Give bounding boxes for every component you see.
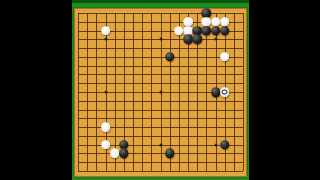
black-stone — [183, 35, 193, 45]
grid-line-vertical — [179, 13, 180, 171]
grid-line-vertical — [96, 13, 97, 171]
black-stone — [165, 52, 175, 62]
white-stone — [101, 140, 111, 150]
white-stone — [101, 122, 111, 132]
app-stage — [0, 0, 320, 180]
white-stone — [220, 87, 230, 97]
star-point — [214, 143, 217, 146]
grid-line-vertical — [78, 13, 79, 171]
grid-line-vertical — [133, 13, 134, 171]
star-point — [104, 38, 107, 41]
white-stone — [220, 52, 230, 62]
grid-line-vertical — [87, 13, 88, 171]
grid-line-vertical — [170, 13, 171, 171]
black-stone — [220, 140, 230, 150]
star-point — [159, 38, 162, 41]
black-stone — [165, 149, 175, 159]
grid-line-vertical — [142, 13, 143, 171]
star-point — [159, 91, 162, 94]
table-top-edge — [72, 0, 249, 3]
white-stone — [110, 149, 120, 159]
star-point — [159, 143, 162, 146]
black-stone — [220, 26, 230, 36]
black-stone — [119, 149, 129, 159]
last-move-marker — [222, 89, 227, 94]
star-point — [104, 91, 107, 94]
star-point — [214, 38, 217, 41]
black-stone — [211, 87, 221, 97]
grid-line-vertical — [115, 13, 116, 171]
black-stone — [192, 35, 202, 45]
black-stone — [202, 26, 212, 36]
white-stone — [174, 26, 184, 36]
white-stone — [101, 26, 111, 36]
black-stone — [211, 26, 221, 36]
grid-line-vertical — [243, 13, 244, 171]
grid-line-vertical — [206, 13, 207, 171]
go-board[interactable] — [74, 8, 247, 177]
grid-line-vertical — [234, 13, 235, 171]
grid-line-vertical — [151, 13, 152, 171]
grid-line-horizontal — [78, 171, 243, 172]
